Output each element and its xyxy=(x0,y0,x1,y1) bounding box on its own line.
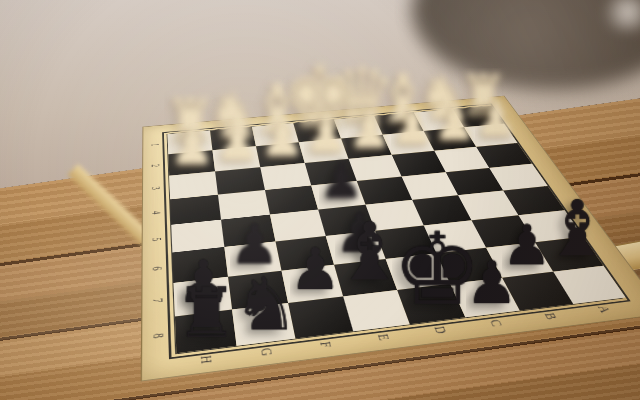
square-e6: ♟ xyxy=(326,231,386,265)
square-g2: ♟ xyxy=(212,146,260,171)
photo-stage: ♜♞♝♚♛♝♞♜♟♟♟♟♟♟♟♟♟♟♟♟♟♝♟♝♜♞♚♟ 12345678 HG… xyxy=(0,0,640,400)
board-tilt: ♜♞♝♚♛♝♞♜♟♟♟♟♟♟♟♟♟♟♟♟♟♝♟♝♜♞♚♟ 12345678 HG… xyxy=(141,96,640,382)
board-border: ♜♞♝♚♛♝♞♜♟♟♟♟♟♟♟♟♟♟♟♟♟♝♟♝♜♞♚♟ 12345678 HG… xyxy=(141,96,640,382)
white-rook-a1: ♜ xyxy=(458,68,509,125)
board-scene: ♜♞♝♚♛♝♞♜♟♟♟♟♟♟♟♟♟♟♟♟♟♝♟♝♜♞♚♟ 12345678 HG… xyxy=(146,0,582,400)
rank-labels: 12345678 xyxy=(142,134,175,357)
square-g4 xyxy=(218,190,270,220)
square-g5 xyxy=(221,215,276,247)
square-f3 xyxy=(260,163,311,190)
square-c5 xyxy=(412,195,471,225)
square-a4 xyxy=(489,164,547,191)
square-h5 xyxy=(171,220,224,253)
square-f4 xyxy=(265,185,318,214)
square-g3 xyxy=(215,167,265,194)
